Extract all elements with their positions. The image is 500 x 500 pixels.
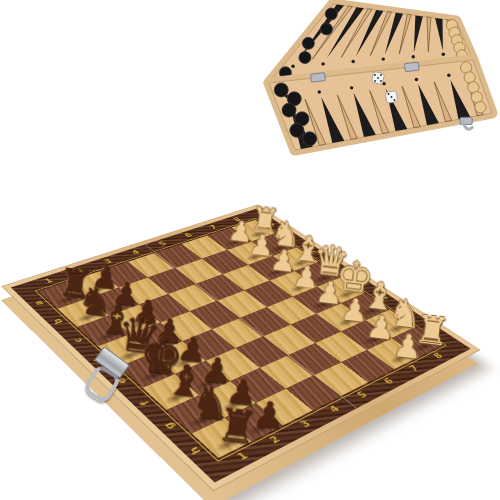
piece-shadow: [212, 434, 246, 454]
label-rank-1-top: 1: [38, 276, 59, 287]
piece-shadow: [334, 288, 360, 301]
near-half-dot: [415, 78, 418, 81]
far-half-dot: [412, 55, 415, 58]
label-rank-7-top: 7: [204, 223, 222, 232]
near-half-dot: [447, 74, 450, 77]
latch-clasp: [82, 348, 134, 404]
label-rank-5-bottom: 5: [351, 388, 374, 402]
piece-shadow: [289, 257, 314, 269]
die-pip: [380, 80, 382, 82]
label-rank-2-bottom: 2: [263, 432, 288, 449]
label-rank-8-bottom: 8: [428, 350, 449, 363]
near-half-natural-checker: [475, 102, 486, 113]
near-half-black-checker: [274, 83, 288, 97]
far-half-dot: [351, 60, 354, 63]
hinge-1: [311, 73, 326, 83]
far-half-dot: [291, 65, 294, 68]
piece-shadow: [244, 418, 277, 437]
label-rank-7-bottom: 7: [403, 362, 425, 375]
near-half-black-checker: [290, 123, 304, 137]
label-rank-4-bottom: 4: [323, 402, 347, 417]
far-half-dot: [382, 57, 385, 60]
far-half-black-checker: [320, 23, 332, 35]
die-pip: [374, 80, 376, 82]
die-pip: [394, 99, 396, 101]
near-half-dot: [350, 86, 353, 89]
far-half-dot: [442, 53, 445, 56]
label-rank-6-bottom: 6: [378, 375, 400, 389]
near-half-black-checker: [303, 132, 317, 146]
label-rank-3-bottom: 3: [294, 416, 318, 432]
product-photo: ♜♟♟♜♞♟♟♞♝♟♟♝♛♟♟♛♚♟♟♚♝♟♟♝♞♟♟♞♜♟♟♜ 11aa22b…: [0, 0, 500, 500]
hinge-2: [404, 62, 419, 72]
die-pip: [380, 74, 382, 76]
piece-shadow: [311, 272, 336, 284]
label-rank-1-bottom: 1: [230, 448, 256, 465]
near-half-black-checker: [282, 103, 296, 117]
far-half-dot: [321, 62, 324, 65]
far-half-black-checker: [325, 8, 337, 20]
piece-shadow: [411, 339, 438, 354]
near-half-dot: [318, 90, 321, 93]
piece-shadow: [386, 351, 414, 366]
piece-shadow: [384, 321, 410, 335]
far-half-black-checker: [302, 37, 314, 49]
die-pip: [374, 74, 376, 76]
piece-shadow: [360, 332, 387, 347]
die-pip: [388, 93, 390, 95]
far-half-black-checker: [299, 52, 311, 64]
die-pip: [377, 77, 379, 79]
die-pip: [391, 96, 393, 98]
